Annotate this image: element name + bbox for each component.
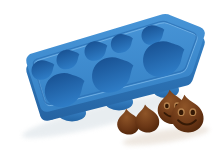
mold-product-scene [0,0,220,165]
eye-pupil [165,104,169,109]
eye-pupil [191,110,195,115]
product-photo [0,0,220,165]
eye-pupil [179,110,183,115]
